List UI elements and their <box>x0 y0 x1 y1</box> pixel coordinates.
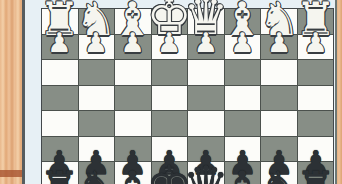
piece-white-pawn: ♟ <box>267 29 291 56</box>
wood-grain-accent <box>0 170 23 177</box>
piece-white-pawn: ♟ <box>120 29 144 56</box>
piece-white-pawn: ♟ <box>230 29 254 56</box>
chess-board-area: ♜♞♝♚♛♝♞♜♟♟♟♟♟♟♟♟♟♟♟♟♟♟♟♟♜♞♝♚♛♝♞♜ <box>41 8 334 184</box>
illustration-page: ♜♞♝♚♛♝♞♜♟♟♟♟♟♟♟♟♟♟♟♟♟♟♟♟♜♞♝♚♛♝♞♜ <box>22 0 337 184</box>
piece-white-pawn: ♟ <box>47 29 71 56</box>
wood-table-background: ♜♞♝♚♛♝♞♜♟♟♟♟♟♟♟♟♟♟♟♟♟♟♟♟♜♞♝♚♛♝♞♜ <box>0 0 342 184</box>
piece-black-rook: ♜ <box>295 165 336 184</box>
piece-white-pawn: ♟ <box>157 29 181 56</box>
piece-white-pawn: ♟ <box>304 29 328 56</box>
piece-black-bishop: ♝ <box>222 165 263 184</box>
piece-black-knight: ♞ <box>258 165 299 184</box>
piece-black-knight: ♞ <box>75 165 116 184</box>
piece-black-rook: ♜ <box>39 165 80 184</box>
pieces-layer: ♜♞♝♚♛♝♞♜♟♟♟♟♟♟♟♟♟♟♟♟♟♟♟♟♜♞♝♚♛♝♞♜ <box>41 8 334 184</box>
piece-white-pawn: ♟ <box>84 29 108 56</box>
piece-white-pawn: ♟ <box>194 29 218 56</box>
